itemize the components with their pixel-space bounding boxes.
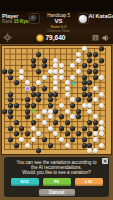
white-stone	[76, 52, 81, 57]
variation-button-3[interactable]: L10	[75, 178, 103, 186]
black-stone	[31, 58, 36, 63]
white-stone	[87, 109, 92, 114]
go-board[interactable]	[1, 45, 112, 155]
black-stone	[59, 126, 64, 131]
black-stone	[48, 92, 53, 97]
black-stone	[8, 103, 13, 108]
black-stone	[31, 92, 36, 97]
black-stone	[8, 137, 13, 142]
black-stone	[93, 120, 98, 125]
black-stone	[8, 114, 13, 119]
white-stone	[53, 58, 58, 63]
black-stone	[87, 58, 92, 63]
black-stone	[87, 131, 92, 136]
last-move-marker	[26, 87, 28, 89]
white-stone	[99, 92, 104, 97]
white-stone	[70, 114, 75, 119]
white-stone	[93, 137, 98, 142]
black-stone	[82, 126, 87, 131]
black-stone	[93, 75, 98, 80]
status-bar	[0, 0, 113, 11]
black-stone	[70, 137, 75, 142]
coin-icon	[36, 34, 44, 42]
opponent-panel: AI KataGo	[89, 13, 113, 19]
white-stone	[93, 97, 98, 102]
white-stone	[93, 131, 98, 136]
black-stone	[42, 63, 47, 68]
white-stone	[82, 103, 87, 108]
black-stone	[76, 114, 81, 119]
black-stone	[82, 92, 87, 97]
white-stone	[76, 58, 81, 63]
white-stone	[82, 46, 87, 51]
player-panel: Player Rank 15 Kyu	[2, 13, 29, 24]
white-stone	[53, 86, 58, 91]
black-stone	[87, 80, 92, 85]
black-stone	[76, 109, 81, 114]
black-stone	[36, 69, 41, 74]
white-stone	[93, 114, 98, 119]
black-stone	[93, 126, 98, 131]
black-stone	[76, 131, 81, 136]
black-stone	[87, 97, 92, 102]
black-stone	[82, 63, 87, 68]
black-stone	[42, 137, 47, 142]
white-stone	[65, 92, 70, 97]
black-stone	[87, 92, 92, 97]
black-stone	[8, 92, 13, 97]
black-stone	[93, 52, 98, 57]
black-stone	[48, 97, 53, 102]
white-stone	[70, 97, 75, 102]
variation-button-2[interactable]: F8	[43, 178, 71, 186]
black-stone	[65, 131, 70, 136]
black-stone	[25, 131, 30, 136]
white-stone-avatar	[78, 13, 89, 24]
black-stone	[82, 137, 87, 142]
black-stone	[8, 69, 13, 74]
black-stone	[87, 69, 92, 74]
black-stone	[87, 143, 92, 148]
close-icon[interactable]: ✕	[102, 158, 108, 164]
player-rank-label: Rank	[2, 19, 13, 24]
white-stone	[87, 103, 92, 108]
white-stone	[99, 120, 104, 125]
black-stone	[25, 109, 30, 114]
tool-row: 79,640	[0, 30, 113, 45]
white-stone	[87, 148, 92, 153]
hoshi-point	[21, 65, 23, 67]
white-stone	[42, 109, 47, 114]
black-stone	[42, 58, 47, 63]
white-stone	[93, 86, 98, 91]
white-stone	[59, 137, 64, 142]
black-stone	[2, 109, 7, 114]
black-stone	[87, 52, 92, 57]
hoshi-point	[55, 99, 57, 101]
black-stone	[53, 92, 58, 97]
black-stone	[82, 80, 87, 85]
white-stone	[31, 126, 36, 131]
black-stone	[14, 120, 19, 125]
black-stone	[36, 52, 41, 57]
white-stone	[99, 75, 104, 80]
black-stone	[87, 120, 92, 125]
black-stone	[53, 109, 58, 114]
white-stone	[19, 69, 24, 74]
black-stone	[48, 143, 53, 148]
black-stone	[82, 143, 87, 148]
cancel-button[interactable]: Cancel	[39, 189, 75, 197]
white-stone	[48, 69, 53, 74]
black-stone	[93, 69, 98, 74]
white-stone	[53, 80, 58, 85]
white-stone	[59, 103, 64, 108]
board-point[interactable]	[104, 148, 110, 154]
black-stone	[42, 86, 47, 91]
ai-recommendation-marker-F8[interactable]	[31, 109, 35, 113]
black-stone	[19, 126, 24, 131]
black-stone	[25, 114, 30, 119]
white-stone	[36, 131, 41, 136]
black-stone	[14, 131, 19, 136]
coin-count: 79,640	[46, 34, 66, 41]
white-stone	[19, 75, 24, 80]
white-stone	[48, 114, 53, 119]
white-stone	[99, 126, 104, 131]
black-stone	[8, 75, 13, 80]
white-stone	[31, 137, 36, 142]
black-stone	[36, 92, 41, 97]
white-stone	[59, 69, 64, 74]
ai-recommendation-marker-L10[interactable]	[59, 98, 63, 102]
black-stone	[2, 69, 7, 74]
white-stone	[25, 80, 30, 85]
settings-gear-icon[interactable]	[3, 33, 12, 42]
black-stone	[70, 103, 75, 108]
black-stone	[36, 148, 41, 153]
white-stone	[53, 63, 58, 68]
white-stone	[99, 103, 104, 108]
white-stone	[25, 143, 30, 148]
white-stone	[93, 148, 98, 153]
black-stone	[25, 103, 30, 108]
go-board-grid	[2, 46, 110, 154]
variation-dialog: ✕ You can see the variations according t…	[4, 157, 109, 197]
black-stone	[53, 120, 58, 125]
black-stone	[76, 97, 81, 102]
white-stone	[70, 63, 75, 68]
opponent-name: AI KataGo	[89, 13, 113, 19]
hoshi-point	[21, 99, 23, 101]
black-stone-avatar	[29, 13, 40, 24]
white-stone	[36, 80, 41, 85]
coin-counter: 79,640	[36, 34, 65, 42]
black-stone	[14, 80, 19, 85]
black-stone	[65, 120, 70, 125]
black-stone	[36, 97, 41, 102]
gift-box-icon[interactable]	[92, 34, 99, 41]
black-stone	[14, 143, 19, 148]
black-stone	[8, 126, 13, 131]
variation-button-1[interactable]: N13	[11, 178, 39, 186]
white-stone	[48, 126, 53, 131]
white-stone	[65, 109, 70, 114]
black-stone	[70, 126, 75, 131]
white-stone	[53, 75, 58, 80]
black-stone	[99, 58, 104, 63]
white-stone	[48, 109, 53, 114]
white-stone	[53, 131, 58, 136]
white-stone	[25, 86, 30, 91]
dialog-text-line3: Would you like to see a variation?	[7, 170, 106, 175]
black-stone	[31, 63, 36, 68]
black-stone	[25, 97, 30, 102]
player-rank-value: 15 Kyu	[14, 19, 29, 24]
black-stone	[82, 86, 87, 91]
white-stone	[36, 114, 41, 119]
app-screen: Player Rank 15 Kyu Handicap 5 VS Komi 0.…	[0, 0, 113, 200]
black-stone	[31, 86, 36, 91]
black-stone	[59, 114, 64, 119]
black-stone	[14, 103, 19, 108]
white-stone	[59, 75, 64, 80]
speaker-icon[interactable]	[102, 34, 110, 42]
white-stone	[99, 131, 104, 136]
black-stone	[93, 63, 98, 68]
hoshi-point	[21, 133, 23, 135]
black-stone	[8, 109, 13, 114]
white-stone	[42, 120, 47, 125]
white-stone	[59, 63, 64, 68]
hoshi-point	[89, 65, 91, 67]
black-stone	[82, 75, 87, 80]
black-stone	[8, 97, 13, 102]
white-stone	[65, 143, 70, 148]
white-stone	[70, 75, 75, 80]
black-stone	[31, 103, 36, 108]
white-stone	[42, 75, 47, 80]
black-stone	[48, 103, 53, 108]
white-stone	[76, 69, 81, 74]
white-stone	[99, 143, 104, 148]
white-stone	[53, 69, 58, 74]
white-stone	[19, 137, 24, 142]
white-stone	[65, 86, 70, 91]
black-stone	[31, 120, 36, 125]
black-stone	[99, 46, 104, 51]
ai-recommendation-marker-N13[interactable]	[71, 81, 75, 85]
white-stone	[65, 80, 70, 85]
